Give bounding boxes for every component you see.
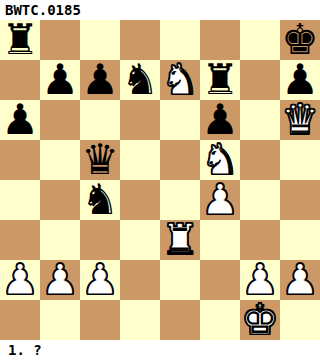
- square-h4[interactable]: [280, 180, 320, 220]
- square-b8[interactable]: [40, 20, 80, 60]
- chess-board: ♜♚♟♟♞♞♜♟♟♟♛♛♞♞♟♜♟♟♟♟♟♚: [0, 20, 320, 340]
- square-d4[interactable]: [120, 180, 160, 220]
- square-b6[interactable]: [40, 100, 80, 140]
- square-e2[interactable]: [160, 260, 200, 300]
- square-b4[interactable]: [40, 180, 80, 220]
- square-g2[interactable]: ♟: [240, 260, 280, 300]
- move-prompt: 1. ?: [0, 340, 320, 360]
- square-g5[interactable]: [240, 140, 280, 180]
- white-pawn-a2[interactable]: ♟: [1, 260, 39, 300]
- black-pawn-b7[interactable]: ♟: [41, 60, 79, 100]
- white-pawn-c2[interactable]: ♟: [81, 260, 119, 300]
- square-e3[interactable]: ♜: [160, 220, 200, 260]
- square-e8[interactable]: [160, 20, 200, 60]
- square-b5[interactable]: [40, 140, 80, 180]
- square-b3[interactable]: [40, 220, 80, 260]
- black-queen-c5[interactable]: ♛: [81, 140, 119, 180]
- square-g8[interactable]: [240, 20, 280, 60]
- white-knight-e7[interactable]: ♞: [161, 60, 199, 100]
- square-h5[interactable]: [280, 140, 320, 180]
- square-g3[interactable]: [240, 220, 280, 260]
- square-d1[interactable]: [120, 300, 160, 340]
- square-a3[interactable]: [0, 220, 40, 260]
- square-c4[interactable]: ♞: [80, 180, 120, 220]
- square-h2[interactable]: ♟: [280, 260, 320, 300]
- black-pawn-a6[interactable]: ♟: [1, 100, 39, 140]
- black-knight-c4[interactable]: ♞: [81, 180, 119, 220]
- square-g4[interactable]: [240, 180, 280, 220]
- square-b7[interactable]: ♟: [40, 60, 80, 100]
- square-c5[interactable]: ♛: [80, 140, 120, 180]
- square-c6[interactable]: [80, 100, 120, 140]
- square-f5[interactable]: ♞: [200, 140, 240, 180]
- black-king-h8[interactable]: ♚: [281, 20, 319, 60]
- square-a4[interactable]: [0, 180, 40, 220]
- puzzle-title: BWTC.0185: [0, 0, 320, 20]
- square-a8[interactable]: ♜: [0, 20, 40, 60]
- square-e1[interactable]: [160, 300, 200, 340]
- chess-puzzle-window: BWTC.0185 ♜♚♟♟♞♞♜♟♟♟♛♛♞♞♟♜♟♟♟♟♟♚ 1. ?: [0, 0, 320, 360]
- square-h3[interactable]: [280, 220, 320, 260]
- square-d7[interactable]: ♞: [120, 60, 160, 100]
- square-c1[interactable]: [80, 300, 120, 340]
- square-a1[interactable]: [0, 300, 40, 340]
- square-h7[interactable]: ♟: [280, 60, 320, 100]
- square-e6[interactable]: [160, 100, 200, 140]
- square-g7[interactable]: [240, 60, 280, 100]
- square-d5[interactable]: [120, 140, 160, 180]
- square-b2[interactable]: ♟: [40, 260, 80, 300]
- square-b1[interactable]: [40, 300, 80, 340]
- white-pawn-b2[interactable]: ♟: [41, 260, 79, 300]
- square-a7[interactable]: [0, 60, 40, 100]
- square-e5[interactable]: [160, 140, 200, 180]
- square-f7[interactable]: ♜: [200, 60, 240, 100]
- black-rook-a8[interactable]: ♜: [1, 20, 39, 60]
- square-c8[interactable]: [80, 20, 120, 60]
- black-knight-d7[interactable]: ♞: [121, 60, 159, 100]
- square-e7[interactable]: ♞: [160, 60, 200, 100]
- square-c7[interactable]: ♟: [80, 60, 120, 100]
- square-h1[interactable]: [280, 300, 320, 340]
- square-d8[interactable]: [120, 20, 160, 60]
- square-d3[interactable]: [120, 220, 160, 260]
- white-pawn-f4[interactable]: ♟: [201, 180, 239, 220]
- black-rook-f7[interactable]: ♜: [201, 60, 239, 100]
- square-f3[interactable]: [200, 220, 240, 260]
- white-pawn-g2[interactable]: ♟: [241, 260, 279, 300]
- square-f6[interactable]: ♟: [200, 100, 240, 140]
- square-d2[interactable]: [120, 260, 160, 300]
- square-g1[interactable]: ♚: [240, 300, 280, 340]
- square-f2[interactable]: [200, 260, 240, 300]
- square-c3[interactable]: [80, 220, 120, 260]
- white-pawn-h2[interactable]: ♟: [281, 260, 319, 300]
- square-h8[interactable]: ♚: [280, 20, 320, 60]
- square-f1[interactable]: [200, 300, 240, 340]
- white-rook-e3[interactable]: ♜: [161, 220, 199, 260]
- square-f8[interactable]: [200, 20, 240, 60]
- square-f4[interactable]: ♟: [200, 180, 240, 220]
- black-pawn-c7[interactable]: ♟: [81, 60, 119, 100]
- square-e4[interactable]: [160, 180, 200, 220]
- black-pawn-f6[interactable]: ♟: [201, 100, 239, 140]
- square-h6[interactable]: ♛: [280, 100, 320, 140]
- square-c2[interactable]: ♟: [80, 260, 120, 300]
- white-king-g1[interactable]: ♚: [241, 300, 279, 340]
- black-pawn-h7[interactable]: ♟: [281, 60, 319, 100]
- white-queen-h6[interactable]: ♛: [281, 100, 319, 140]
- white-knight-f5[interactable]: ♞: [201, 140, 239, 180]
- square-a2[interactable]: ♟: [0, 260, 40, 300]
- square-d6[interactable]: [120, 100, 160, 140]
- square-a5[interactable]: [0, 140, 40, 180]
- square-g6[interactable]: [240, 100, 280, 140]
- square-a6[interactable]: ♟: [0, 100, 40, 140]
